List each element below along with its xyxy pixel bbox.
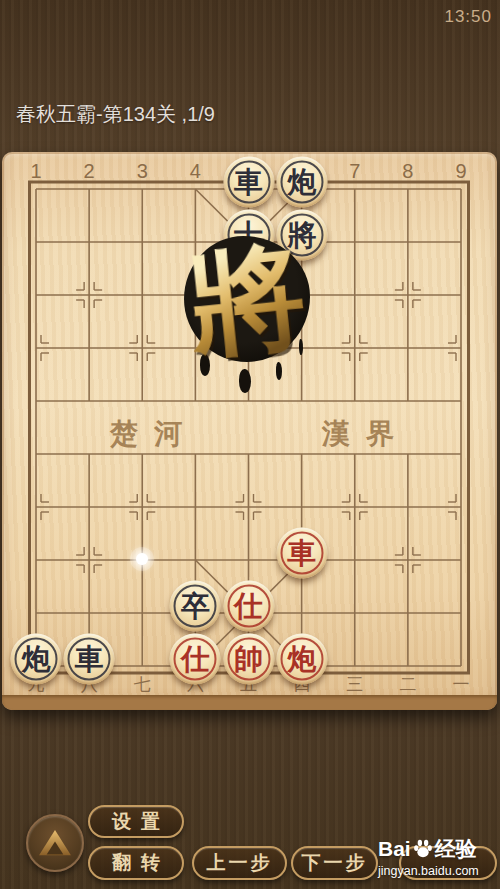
piece-glyph: 炮 <box>22 644 51 673</box>
piece-black-卒[interactable]: 卒 <box>170 581 221 632</box>
col-label-top-9: 9 <box>455 160 466 183</box>
chevron-up-icon <box>33 821 77 865</box>
piece-red-炮[interactable]: 炮 <box>276 634 327 685</box>
baidu-domain: jingyan.baidu.com <box>378 864 500 878</box>
settings-button[interactable]: 设置 <box>88 805 184 838</box>
check-stamp-glyph: 將 <box>183 235 310 362</box>
piece-glyph: 車 <box>75 644 104 673</box>
piece-red-車[interactable]: 車 <box>276 528 327 579</box>
piece-glyph: 車 <box>234 167 263 196</box>
xiangqi-board[interactable]: 123456789 九八七六五四三二一 楚河 漢界 車炮士將車卒仕炮車仕帥炮 將 <box>2 152 497 710</box>
previous-step-button[interactable]: 上一步 <box>192 846 287 880</box>
piece-red-仕[interactable]: 仕 <box>170 634 221 685</box>
col-label-top-4: 4 <box>190 160 201 183</box>
col-label-bottom-7: 三 <box>346 673 363 696</box>
expand-menu-button[interactable] <box>26 814 84 872</box>
piece-red-帥[interactable]: 帥 <box>223 634 274 685</box>
previous-step-button-label: 上一步 <box>207 850 273 876</box>
piece-black-炮[interactable]: 炮 <box>276 157 327 208</box>
piece-black-車[interactable]: 車 <box>64 634 115 685</box>
piece-black-炮[interactable]: 炮 <box>11 634 62 685</box>
col-label-bottom-8: 二 <box>399 673 416 696</box>
piece-glyph: 炮 <box>287 167 316 196</box>
piece-glyph: 車 <box>287 538 316 567</box>
col-label-top-8: 8 <box>402 160 413 183</box>
move-indicator-dot[interactable] <box>136 553 148 565</box>
river-label-left: 楚河 <box>94 415 198 453</box>
settings-button-label: 设置 <box>102 809 170 835</box>
col-label-top-3: 3 <box>137 160 148 183</box>
baidu-brand-pre: Bai <box>378 837 411 861</box>
flip-board-button-label: 翻转 <box>102 850 170 876</box>
piece-glyph: 帥 <box>234 644 263 673</box>
flip-board-button[interactable]: 翻转 <box>88 846 184 880</box>
piece-glyph: 炮 <box>287 644 316 673</box>
baidu-watermark: Bai 经验 jingyan.baidu.com <box>378 835 500 878</box>
col-label-bottom-3: 七 <box>134 673 151 696</box>
piece-glyph: 卒 <box>181 591 210 620</box>
baidu-brand: Bai 经验 <box>378 835 500 863</box>
river-label-right: 漢界 <box>306 415 410 453</box>
piece-red-仕[interactable]: 仕 <box>223 581 274 632</box>
piece-black-車[interactable]: 車 <box>223 157 274 208</box>
col-label-top-7: 7 <box>349 160 360 183</box>
next-step-button-label: 下一步 <box>302 850 368 876</box>
baidu-paw-icon <box>412 838 434 860</box>
level-title: 春秋五霸-第134关 ,1/9 <box>16 101 215 128</box>
col-label-top-2: 2 <box>84 160 95 183</box>
baidu-brand-post: 经验 <box>435 835 477 863</box>
app-screen: 13:50 春秋五霸-第134关 ,1/9 123456789 九八七六五四三二… <box>0 0 500 889</box>
col-label-bottom-9: 一 <box>453 673 470 696</box>
next-step-button[interactable]: 下一步 <box>291 846 378 880</box>
status-clock: 13:50 <box>444 7 492 27</box>
check-stamp: 將 <box>182 234 312 364</box>
piece-glyph: 仕 <box>234 591 263 620</box>
piece-glyph: 仕 <box>181 644 210 673</box>
col-label-top-1: 1 <box>30 160 41 183</box>
